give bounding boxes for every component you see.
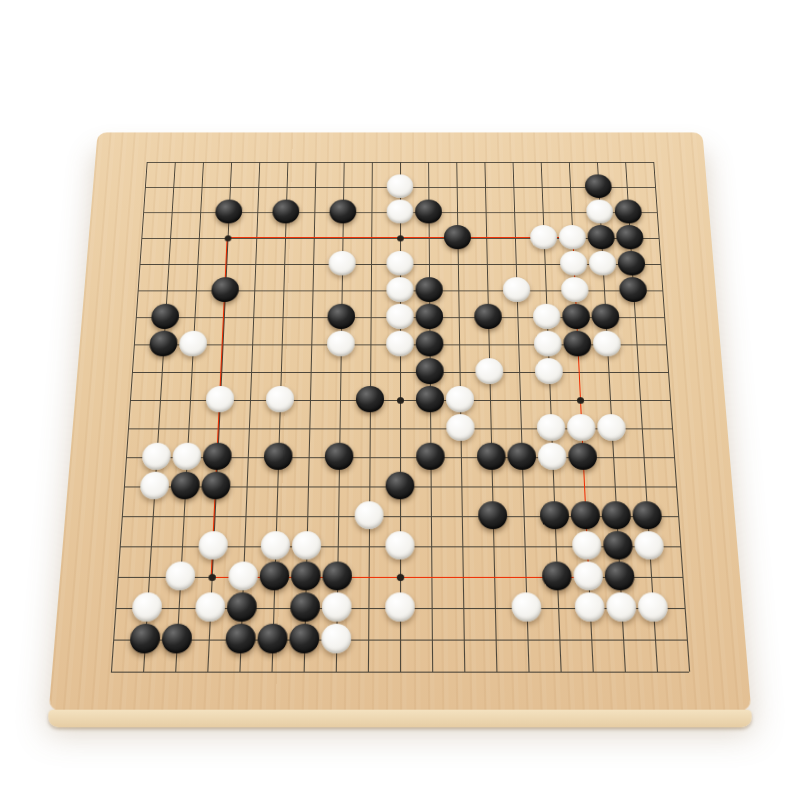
black-stone (632, 501, 663, 529)
black-stone (289, 624, 319, 654)
go-board (49, 132, 752, 710)
black-stone (415, 200, 442, 224)
black-stone (619, 277, 648, 302)
black-stone (617, 251, 646, 275)
black-stone (415, 277, 442, 302)
black-stone (416, 358, 444, 384)
black-stone (329, 200, 356, 224)
grid-hline (113, 640, 687, 641)
white-stone (385, 592, 415, 621)
black-stone (327, 304, 355, 329)
white-stone (195, 592, 226, 621)
white-stone (355, 501, 384, 529)
black-stone (477, 443, 506, 470)
white-stone (165, 562, 196, 591)
black-stone (170, 472, 200, 499)
white-stone (385, 531, 414, 559)
black-stone (227, 592, 258, 621)
black-stone (151, 304, 180, 329)
black-stone (291, 562, 321, 591)
black-stone (416, 304, 444, 329)
white-stone (446, 386, 474, 412)
black-stone (325, 443, 354, 470)
black-stone (129, 624, 161, 654)
white-stone (131, 592, 162, 621)
white-stone (386, 251, 413, 275)
white-stone (606, 592, 637, 621)
white-stone (321, 624, 351, 654)
white-stone (573, 562, 604, 591)
black-stone (616, 225, 644, 249)
white-stone (558, 225, 586, 249)
black-stone (416, 331, 444, 357)
white-stone (387, 174, 414, 197)
white-stone (503, 277, 531, 302)
white-stone (139, 472, 169, 499)
white-stone (586, 200, 614, 224)
white-stone (560, 251, 588, 275)
white-stone (172, 443, 202, 470)
white-stone (588, 251, 616, 275)
white-stone (561, 277, 589, 302)
white-stone (511, 592, 541, 621)
white-stone (141, 443, 171, 470)
white-stone (534, 331, 563, 357)
black-stone (542, 562, 572, 591)
white-stone (634, 531, 665, 559)
star-point (208, 573, 216, 580)
black-stone (215, 200, 243, 224)
star-point (224, 235, 231, 241)
white-stone (574, 592, 605, 621)
star-point (396, 397, 403, 404)
board-edge (47, 710, 752, 728)
black-stone (416, 443, 445, 470)
white-stone (386, 277, 413, 302)
black-stone (601, 501, 631, 529)
black-stone (507, 443, 536, 470)
white-stone (597, 414, 627, 441)
black-stone (416, 386, 444, 412)
white-stone (328, 251, 355, 275)
black-stone (474, 304, 502, 329)
star-point (576, 397, 583, 404)
grid-hline (111, 672, 689, 673)
black-stone (322, 562, 352, 591)
white-stone (179, 331, 208, 357)
black-stone (478, 501, 507, 529)
white-stone (592, 331, 621, 357)
star-point (397, 235, 404, 241)
black-stone (562, 304, 591, 329)
white-stone (537, 414, 566, 441)
black-stone (570, 501, 600, 529)
black-stone (540, 501, 570, 529)
black-stone (568, 443, 598, 470)
black-stone (563, 331, 592, 357)
white-stone (572, 531, 602, 559)
white-stone (386, 304, 413, 329)
white-stone (637, 592, 668, 621)
black-stone (444, 225, 471, 249)
white-stone (533, 304, 561, 329)
white-stone (322, 592, 352, 621)
black-stone (603, 531, 634, 559)
photo-scene (0, 0, 800, 800)
white-stone (567, 414, 596, 441)
black-stone (149, 331, 178, 357)
black-stone (587, 225, 615, 249)
white-stone (475, 358, 503, 384)
black-stone (356, 386, 384, 412)
black-stone (161, 624, 192, 654)
white-stone (387, 200, 414, 224)
black-stone (585, 174, 613, 197)
black-stone (259, 562, 289, 591)
board-surface (49, 132, 752, 710)
white-stone (530, 225, 558, 249)
star-point (396, 573, 403, 580)
white-stone (446, 414, 475, 441)
black-stone (386, 472, 415, 499)
white-stone (535, 358, 564, 384)
black-stone (591, 304, 620, 329)
white-stone (538, 443, 567, 470)
black-stone (272, 200, 299, 224)
black-stone (604, 562, 635, 591)
black-stone (290, 592, 320, 621)
white-stone (386, 331, 414, 357)
black-stone (225, 624, 256, 654)
black-stone (257, 624, 288, 654)
black-stone (614, 200, 642, 224)
white-stone (228, 562, 258, 591)
